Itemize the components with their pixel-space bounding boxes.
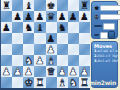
- square-d5[interactable]: [34, 33, 45, 44]
- black-player-input[interactable]: [100, 5, 120, 11]
- square-h6[interactable]: [79, 22, 90, 33]
- square-a2[interactable]: ♟: [1, 66, 12, 77]
- black-rook[interactable]: ♜: [1, 0, 12, 11]
- option-label-2: [94, 34, 99, 37]
- square-f8[interactable]: [57, 0, 68, 11]
- square-b4[interactable]: [12, 44, 23, 55]
- white-pawn[interactable]: ♟: [12, 66, 23, 77]
- white-knight[interactable]: ♞: [23, 55, 34, 66]
- black-king[interactable]: ♚: [46, 0, 57, 11]
- start-button[interactable]: [108, 31, 115, 39]
- white-player-input[interactable]: [100, 14, 120, 20]
- square-f4[interactable]: [57, 44, 68, 55]
- white-rook[interactable]: ♜: [34, 77, 45, 88]
- square-c2[interactable]: ♟: [23, 66, 34, 77]
- white-queen[interactable]: ♛: [46, 66, 57, 77]
- white-pawn[interactable]: ♟: [34, 55, 45, 66]
- square-e3[interactable]: ♝: [46, 55, 57, 66]
- black-knight[interactable]: ♞: [23, 22, 34, 33]
- option-value-box[interactable]: [103, 23, 115, 30]
- moves-panel: Moves 1.e2-e4e7-e52.Nb1-c3Ng8-f63.Bc1-e3…: [91, 41, 118, 88]
- square-g7[interactable]: ♟: [68, 11, 79, 22]
- square-b1[interactable]: [12, 77, 23, 88]
- white-pawn[interactable]: ♟: [79, 66, 90, 77]
- square-h7[interactable]: ♟: [79, 11, 90, 22]
- black-rook[interactable]: ♜: [79, 0, 90, 11]
- square-e2[interactable]: ♛: [46, 66, 57, 77]
- square-g5[interactable]: [68, 33, 79, 44]
- square-d2[interactable]: [34, 66, 45, 77]
- white-pawn[interactable]: ♟: [1, 66, 12, 77]
- black-king-icon: ♚: [94, 4, 99, 12]
- black-pawn[interactable]: ♟: [46, 33, 57, 44]
- chess-widget: ♜♝♚♜♟♟♟♛♟♟♟♟♞♝♞♟♟♞♟♝♟♟♟♛♟♟♟♚♜♝♞♜ ♚ ♚: [0, 0, 120, 90]
- square-d7[interactable]: ♟: [34, 11, 45, 22]
- black-pawn[interactable]: ♟: [79, 11, 90, 22]
- black-pawn[interactable]: ♟: [68, 11, 79, 22]
- white-pawn[interactable]: ♟: [46, 44, 57, 55]
- black-queen[interactable]: ♛: [46, 11, 57, 22]
- black-knight[interactable]: ♞: [57, 22, 68, 33]
- black-pawn[interactable]: ♟: [57, 11, 68, 22]
- option-row-1: [94, 22, 115, 30]
- square-e7[interactable]: ♛: [46, 11, 57, 22]
- square-e4[interactable]: ♟: [46, 44, 57, 55]
- square-c1[interactable]: ♚: [23, 77, 34, 88]
- moves-list: 1.e2-e4e7-e52.Nb1-c3Ng8-f63.Bc1-e3Nb8-c6: [94, 49, 115, 64]
- square-c6[interactable]: ♞: [23, 22, 34, 33]
- black-pawn[interactable]: ♟: [12, 11, 23, 22]
- square-h2[interactable]: ♟: [79, 66, 90, 77]
- square-e1[interactable]: [46, 77, 57, 88]
- square-b7[interactable]: ♟: [12, 11, 23, 22]
- square-c4[interactable]: [23, 44, 34, 55]
- square-e8[interactable]: ♚: [46, 0, 57, 11]
- square-f1[interactable]: ♝: [57, 77, 68, 88]
- square-f6[interactable]: ♞: [57, 22, 68, 33]
- square-g1[interactable]: ♞: [68, 77, 79, 88]
- square-h3[interactable]: [79, 55, 90, 66]
- board-grid: ♜♝♚♜♟♟♟♛♟♟♟♟♞♝♞♟♟♞♟♝♟♟♟♛♟♟♟♚♜♝♞♜: [0, 0, 90, 88]
- square-h8[interactable]: ♜: [79, 0, 90, 11]
- square-b8[interactable]: [12, 0, 23, 11]
- square-g8[interactable]: [68, 0, 79, 11]
- square-h4[interactable]: [79, 44, 90, 55]
- move-row[interactable]: 3.Bc1-e3Nb8-c6: [94, 59, 115, 64]
- square-c7[interactable]: ♟: [23, 11, 34, 22]
- white-bishop[interactable]: ♝: [57, 77, 68, 88]
- square-b2[interactable]: ♟: [12, 66, 23, 77]
- black-pawn[interactable]: ♟: [1, 22, 12, 33]
- square-a4[interactable]: [1, 44, 12, 55]
- square-f7[interactable]: ♟: [57, 11, 68, 22]
- square-b5[interactable]: [12, 33, 23, 44]
- white-pawn[interactable]: ♟: [57, 66, 68, 77]
- board-frame-bottom: [0, 88, 90, 90]
- min2win-logo[interactable]: min2win: [89, 79, 116, 86]
- square-d6[interactable]: ♝: [34, 22, 45, 33]
- square-a7[interactable]: [1, 11, 12, 22]
- square-c3[interactable]: ♞: [23, 55, 34, 66]
- square-h5[interactable]: [79, 33, 90, 44]
- square-g3[interactable]: [68, 55, 79, 66]
- square-a5[interactable]: [1, 33, 12, 44]
- square-d8[interactable]: [34, 0, 45, 11]
- square-f3[interactable]: [57, 55, 68, 66]
- black-bishop[interactable]: ♝: [34, 22, 45, 33]
- square-a8[interactable]: ♜: [1, 0, 12, 11]
- black-bishop[interactable]: ♝: [23, 0, 34, 11]
- square-a6[interactable]: ♟: [1, 22, 12, 33]
- square-c5[interactable]: [23, 33, 34, 44]
- chess-board: ♜♝♚♜♟♟♟♛♟♟♟♟♞♝♞♟♟♞♟♝♟♟♟♛♟♟♟♚♜♝♞♜: [0, 0, 90, 90]
- game-setup-panel: ♚ ♚: [91, 1, 118, 39]
- white-pawn[interactable]: ♟: [23, 66, 34, 77]
- square-e6[interactable]: [46, 22, 57, 33]
- white-bishop[interactable]: ♝: [46, 55, 57, 66]
- square-a3[interactable]: [1, 55, 12, 66]
- white-king-icon: ♚: [94, 13, 99, 21]
- square-e5[interactable]: ♟: [46, 33, 57, 44]
- white-king[interactable]: ♚: [23, 77, 34, 88]
- black-move[interactable]: Nb8-c6: [112, 59, 120, 64]
- square-d4[interactable]: [34, 44, 45, 55]
- square-f5[interactable]: [57, 33, 68, 44]
- square-b6[interactable]: [12, 22, 23, 33]
- white-knight[interactable]: ♞: [68, 77, 79, 88]
- square-d1[interactable]: ♜: [34, 77, 45, 88]
- square-g2[interactable]: ♟: [68, 66, 79, 77]
- white-player-row: ♚: [94, 13, 115, 21]
- white-move[interactable]: Bc1-e3: [98, 59, 110, 64]
- square-f2[interactable]: ♟: [57, 66, 68, 77]
- square-b3[interactable]: [12, 55, 23, 66]
- square-g4[interactable]: [68, 44, 79, 55]
- black-player-row: ♚: [94, 4, 115, 12]
- option-row-2: [94, 31, 115, 39]
- square-d3[interactable]: ♟: [34, 55, 45, 66]
- option-value-box-2[interactable]: [100, 32, 108, 39]
- square-g6[interactable]: [68, 22, 79, 33]
- square-c8[interactable]: ♝: [23, 0, 34, 11]
- option-label: [94, 25, 102, 28]
- sidebar: ♚ ♚ Moves 1.e2-e4e7-e52.Nb1-c3Ng8-f63.Bc…: [90, 0, 120, 90]
- square-a1[interactable]: [1, 77, 12, 88]
- black-pawn[interactable]: ♟: [34, 11, 45, 22]
- white-pawn[interactable]: ♟: [68, 66, 79, 77]
- black-pawn[interactable]: ♟: [23, 11, 34, 22]
